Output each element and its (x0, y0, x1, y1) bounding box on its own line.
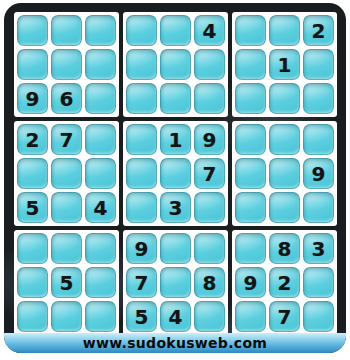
cell-r5c9[interactable]: 9 (303, 158, 334, 189)
box-2-2: 1973 (123, 121, 228, 226)
cell-r9c5[interactable]: 4 (160, 301, 191, 332)
cell-r3c3[interactable] (85, 83, 116, 114)
cell-r1c8[interactable] (269, 15, 300, 46)
cell-r9c3[interactable] (85, 301, 116, 332)
cell-r4c9[interactable] (303, 124, 334, 155)
box-3-2: 97854 (123, 230, 228, 335)
cell-r6c1[interactable]: 5 (17, 192, 48, 223)
cell-r4c1[interactable]: 2 (17, 124, 48, 155)
cell-r3c1[interactable]: 9 (17, 83, 48, 114)
given-digit: 4 (203, 21, 217, 41)
given-digit: 4 (94, 198, 108, 218)
cell-r4c2[interactable]: 7 (51, 124, 82, 155)
cell-r4c6[interactable]: 9 (194, 124, 225, 155)
cell-r2c2[interactable] (51, 49, 82, 80)
cell-r9c9[interactable] (303, 301, 334, 332)
cell-r1c7[interactable] (235, 15, 266, 46)
cell-r2c8[interactable]: 1 (269, 49, 300, 80)
cell-r8c3[interactable] (85, 267, 116, 298)
cell-r2c4[interactable] (126, 49, 157, 80)
given-digit: 4 (169, 307, 183, 327)
cell-r1c6[interactable]: 4 (194, 15, 225, 46)
board-frame: 9642127541973959785483927 www.sudokusweb… (4, 3, 346, 353)
cell-r6c5[interactable]: 3 (160, 192, 191, 223)
cell-r5c7[interactable] (235, 158, 266, 189)
given-digit: 6 (60, 89, 74, 109)
cell-r8c1[interactable] (17, 267, 48, 298)
given-digit: 2 (278, 273, 292, 293)
website-url: www.sudokusweb.com (83, 335, 267, 351)
cell-r4c5[interactable]: 1 (160, 124, 191, 155)
cell-r1c2[interactable] (51, 15, 82, 46)
cell-r6c9[interactable] (303, 192, 334, 223)
given-digit: 5 (135, 307, 149, 327)
cell-r9c2[interactable] (51, 301, 82, 332)
cell-r8c8[interactable]: 2 (269, 267, 300, 298)
box-3-1: 5 (14, 230, 119, 335)
cell-r6c4[interactable] (126, 192, 157, 223)
cell-r5c6[interactable]: 7 (194, 158, 225, 189)
given-digit: 5 (60, 273, 74, 293)
cell-r9c4[interactable]: 5 (126, 301, 157, 332)
cell-r5c2[interactable] (51, 158, 82, 189)
cell-r3c6[interactable] (194, 83, 225, 114)
cell-r1c4[interactable] (126, 15, 157, 46)
cell-r3c5[interactable] (160, 83, 191, 114)
cell-r9c6[interactable] (194, 301, 225, 332)
given-digit: 3 (312, 239, 326, 259)
given-digit: 5 (26, 198, 40, 218)
cell-r2c7[interactable] (235, 49, 266, 80)
given-digit: 8 (278, 239, 292, 259)
cell-r8c2[interactable]: 5 (51, 267, 82, 298)
cell-r5c3[interactable] (85, 158, 116, 189)
cell-r7c9[interactable]: 3 (303, 233, 334, 264)
cell-r6c6[interactable] (194, 192, 225, 223)
footer-bar: www.sudokusweb.com (4, 333, 346, 353)
sudoku-board: 9642127541973959785483927 (14, 12, 337, 335)
cell-r1c3[interactable] (85, 15, 116, 46)
cell-r3c8[interactable] (269, 83, 300, 114)
cell-r7c2[interactable] (51, 233, 82, 264)
cell-r8c7[interactable]: 9 (235, 267, 266, 298)
cell-r5c8[interactable] (269, 158, 300, 189)
cell-r8c4[interactable]: 7 (126, 267, 157, 298)
cell-r4c7[interactable] (235, 124, 266, 155)
cell-r2c3[interactable] (85, 49, 116, 80)
cell-r5c5[interactable] (160, 158, 191, 189)
given-digit: 3 (169, 198, 183, 218)
cell-r5c1[interactable] (17, 158, 48, 189)
cell-r2c9[interactable] (303, 49, 334, 80)
cell-r9c7[interactable] (235, 301, 266, 332)
cell-r7c3[interactable] (85, 233, 116, 264)
cell-r7c5[interactable] (160, 233, 191, 264)
cell-r7c6[interactable] (194, 233, 225, 264)
cell-r8c9[interactable] (303, 267, 334, 298)
cell-r6c3[interactable]: 4 (85, 192, 116, 223)
cell-r4c8[interactable] (269, 124, 300, 155)
cell-r1c1[interactable] (17, 15, 48, 46)
given-digit: 8 (203, 273, 217, 293)
cell-r9c1[interactable] (17, 301, 48, 332)
given-digit: 1 (278, 55, 292, 75)
box-3-3: 83927 (232, 230, 337, 335)
given-digit: 9 (135, 239, 149, 259)
cell-r6c2[interactable] (51, 192, 82, 223)
given-digit: 9 (203, 130, 217, 150)
given-digit: 2 (312, 21, 326, 41)
given-digit: 7 (135, 273, 149, 293)
cell-r1c5[interactable] (160, 15, 191, 46)
box-2-3: 9 (232, 121, 337, 226)
given-digit: 7 (60, 130, 74, 150)
given-digit: 7 (278, 307, 292, 327)
given-digit: 1 (169, 130, 183, 150)
cell-r3c4[interactable] (126, 83, 157, 114)
given-digit: 9 (312, 164, 326, 184)
cell-r3c7[interactable] (235, 83, 266, 114)
cell-r7c4[interactable]: 9 (126, 233, 157, 264)
box-1-3: 21 (232, 12, 337, 117)
cell-r2c6[interactable] (194, 49, 225, 80)
cell-r1c9[interactable]: 2 (303, 15, 334, 46)
cell-r2c5[interactable] (160, 49, 191, 80)
given-digit: 2 (26, 130, 40, 150)
box-2-1: 2754 (14, 121, 119, 226)
cell-r7c7[interactable] (235, 233, 266, 264)
given-digit: 7 (203, 164, 217, 184)
cell-r6c7[interactable] (235, 192, 266, 223)
given-digit: 9 (244, 273, 258, 293)
cell-r9c8[interactable]: 7 (269, 301, 300, 332)
cell-r5c4[interactable] (126, 158, 157, 189)
cell-r8c5[interactable] (160, 267, 191, 298)
cell-r3c2[interactable]: 6 (51, 83, 82, 114)
given-digit: 9 (26, 89, 40, 109)
sudoku-widget: { "game": "sudoku", "position": ".....4.… (0, 0, 350, 360)
cell-r4c3[interactable] (85, 124, 116, 155)
cell-r2c1[interactable] (17, 49, 48, 80)
box-1-1: 96 (14, 12, 119, 117)
cell-r4c4[interactable] (126, 124, 157, 155)
cell-r3c9[interactable] (303, 83, 334, 114)
cell-r6c8[interactable] (269, 192, 300, 223)
cell-r8c6[interactable]: 8 (194, 267, 225, 298)
box-1-2: 4 (123, 12, 228, 117)
cell-r7c1[interactable] (17, 233, 48, 264)
cell-r7c8[interactable]: 8 (269, 233, 300, 264)
